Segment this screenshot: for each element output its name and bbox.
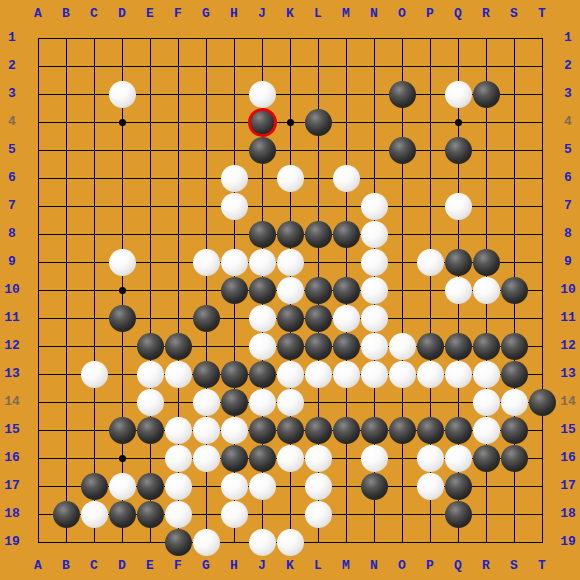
- board-cell-R19[interactable]: [472, 528, 500, 556]
- board-cell-R11[interactable]: [472, 304, 500, 332]
- board-cell-T2[interactable]: [528, 52, 556, 80]
- board-cell-A4[interactable]: [24, 108, 52, 136]
- board-cell-H3[interactable]: [220, 80, 248, 108]
- board-cell-R15[interactable]: [472, 416, 500, 444]
- board-cell-J4[interactable]: [248, 108, 276, 136]
- board-cell-E8[interactable]: [136, 220, 164, 248]
- board-cell-O18[interactable]: [388, 500, 416, 528]
- board-cell-E1[interactable]: [136, 24, 164, 52]
- board-cell-O9[interactable]: [388, 248, 416, 276]
- board-cell-D8[interactable]: [108, 220, 136, 248]
- board-cell-G14[interactable]: [192, 388, 220, 416]
- board-cell-E9[interactable]: [136, 248, 164, 276]
- board-cell-M8[interactable]: [332, 220, 360, 248]
- board-cell-M3[interactable]: [332, 80, 360, 108]
- board-cell-M14[interactable]: [332, 388, 360, 416]
- board-cell-F1[interactable]: [164, 24, 192, 52]
- board-cell-C2[interactable]: [80, 52, 108, 80]
- board-cell-D3[interactable]: [108, 80, 136, 108]
- board-cell-S12[interactable]: [500, 332, 528, 360]
- board-cell-F14[interactable]: [164, 388, 192, 416]
- board-cell-H14[interactable]: [220, 388, 248, 416]
- board-cell-M4[interactable]: [332, 108, 360, 136]
- board-cell-Q11[interactable]: [444, 304, 472, 332]
- board-cell-T19[interactable]: [528, 528, 556, 556]
- board-cell-O15[interactable]: [388, 416, 416, 444]
- board-cell-M7[interactable]: [332, 192, 360, 220]
- board-cell-R12[interactable]: [472, 332, 500, 360]
- board-cell-H16[interactable]: [220, 444, 248, 472]
- board-cell-F9[interactable]: [164, 248, 192, 276]
- board-cell-O1[interactable]: [388, 24, 416, 52]
- board-cell-K16[interactable]: [276, 444, 304, 472]
- board-cell-B7[interactable]: [52, 192, 80, 220]
- board-cell-D10[interactable]: [108, 276, 136, 304]
- board-cell-R3[interactable]: [472, 80, 500, 108]
- board-cell-C1[interactable]: [80, 24, 108, 52]
- board-cell-F5[interactable]: [164, 136, 192, 164]
- board-cell-P17[interactable]: [416, 472, 444, 500]
- board-cell-C12[interactable]: [80, 332, 108, 360]
- board-cell-G2[interactable]: [192, 52, 220, 80]
- board-cell-E18[interactable]: [136, 500, 164, 528]
- board-cell-F19[interactable]: [164, 528, 192, 556]
- board-cell-L7[interactable]: [304, 192, 332, 220]
- board-cell-F8[interactable]: [164, 220, 192, 248]
- board-cell-N1[interactable]: [360, 24, 388, 52]
- board-cell-A17[interactable]: [24, 472, 52, 500]
- board-cell-J13[interactable]: [248, 360, 276, 388]
- board-cell-E16[interactable]: [136, 444, 164, 472]
- board-cell-T9[interactable]: [528, 248, 556, 276]
- board-cell-G9[interactable]: [192, 248, 220, 276]
- board-cell-C10[interactable]: [80, 276, 108, 304]
- board-cell-G6[interactable]: [192, 164, 220, 192]
- board-cell-S7[interactable]: [500, 192, 528, 220]
- board-cell-F17[interactable]: [164, 472, 192, 500]
- board-cell-R9[interactable]: [472, 248, 500, 276]
- board-cell-P3[interactable]: [416, 80, 444, 108]
- board-cell-O5[interactable]: [388, 136, 416, 164]
- board-cell-D11[interactable]: [108, 304, 136, 332]
- board-cell-S3[interactable]: [500, 80, 528, 108]
- board-cell-T17[interactable]: [528, 472, 556, 500]
- board-cell-J3[interactable]: [248, 80, 276, 108]
- board-cell-P15[interactable]: [416, 416, 444, 444]
- board-cell-Q14[interactable]: [444, 388, 472, 416]
- board-cell-H13[interactable]: [220, 360, 248, 388]
- board-cell-R1[interactable]: [472, 24, 500, 52]
- board-cell-J6[interactable]: [248, 164, 276, 192]
- board-cell-N19[interactable]: [360, 528, 388, 556]
- board-cell-E12[interactable]: [136, 332, 164, 360]
- board-cell-F7[interactable]: [164, 192, 192, 220]
- board-cell-S8[interactable]: [500, 220, 528, 248]
- board-cell-C3[interactable]: [80, 80, 108, 108]
- board-cell-H8[interactable]: [220, 220, 248, 248]
- board-cell-H12[interactable]: [220, 332, 248, 360]
- board-cell-F18[interactable]: [164, 500, 192, 528]
- board-cell-O16[interactable]: [388, 444, 416, 472]
- board-cell-L17[interactable]: [304, 472, 332, 500]
- board-cell-O8[interactable]: [388, 220, 416, 248]
- board-cell-K14[interactable]: [276, 388, 304, 416]
- board-cell-A6[interactable]: [24, 164, 52, 192]
- board-cell-E19[interactable]: [136, 528, 164, 556]
- board-cell-O7[interactable]: [388, 192, 416, 220]
- board-cell-B5[interactable]: [52, 136, 80, 164]
- board-cell-N17[interactable]: [360, 472, 388, 500]
- board-cell-L12[interactable]: [304, 332, 332, 360]
- board-cell-S16[interactable]: [500, 444, 528, 472]
- board-cell-T10[interactable]: [528, 276, 556, 304]
- board-cell-A19[interactable]: [24, 528, 52, 556]
- board-cell-S6[interactable]: [500, 164, 528, 192]
- board-cell-A7[interactable]: [24, 192, 52, 220]
- board-cell-B4[interactable]: [52, 108, 80, 136]
- board-cell-J9[interactable]: [248, 248, 276, 276]
- board-cell-M12[interactable]: [332, 332, 360, 360]
- board-cell-N14[interactable]: [360, 388, 388, 416]
- board-cell-B3[interactable]: [52, 80, 80, 108]
- board-cell-C17[interactable]: [80, 472, 108, 500]
- board-cell-Q19[interactable]: [444, 528, 472, 556]
- board-cell-A11[interactable]: [24, 304, 52, 332]
- board-cell-H11[interactable]: [220, 304, 248, 332]
- board-cell-G3[interactable]: [192, 80, 220, 108]
- board-cell-J1[interactable]: [248, 24, 276, 52]
- board-cell-R6[interactable]: [472, 164, 500, 192]
- board-cell-T12[interactable]: [528, 332, 556, 360]
- board-cell-B17[interactable]: [52, 472, 80, 500]
- board-cell-D12[interactable]: [108, 332, 136, 360]
- board-cell-R2[interactable]: [472, 52, 500, 80]
- board-cell-F13[interactable]: [164, 360, 192, 388]
- board-cell-L3[interactable]: [304, 80, 332, 108]
- board-cell-O17[interactable]: [388, 472, 416, 500]
- board-cell-C18[interactable]: [80, 500, 108, 528]
- board-cell-M15[interactable]: [332, 416, 360, 444]
- board-cell-N13[interactable]: [360, 360, 388, 388]
- board-cell-A13[interactable]: [24, 360, 52, 388]
- board-cell-A15[interactable]: [24, 416, 52, 444]
- board-cell-G13[interactable]: [192, 360, 220, 388]
- board-cell-C15[interactable]: [80, 416, 108, 444]
- board-cell-S18[interactable]: [500, 500, 528, 528]
- board-cell-P9[interactable]: [416, 248, 444, 276]
- board-cell-B16[interactable]: [52, 444, 80, 472]
- board-cell-K18[interactable]: [276, 500, 304, 528]
- board-cell-S10[interactable]: [500, 276, 528, 304]
- board-cell-A16[interactable]: [24, 444, 52, 472]
- board-cell-R7[interactable]: [472, 192, 500, 220]
- board-cell-B8[interactable]: [52, 220, 80, 248]
- board-cell-P2[interactable]: [416, 52, 444, 80]
- board-cell-G19[interactable]: [192, 528, 220, 556]
- board-cell-E11[interactable]: [136, 304, 164, 332]
- board-cell-A14[interactable]: [24, 388, 52, 416]
- board-cell-C13[interactable]: [80, 360, 108, 388]
- board-cell-A5[interactable]: [24, 136, 52, 164]
- board-cell-Q3[interactable]: [444, 80, 472, 108]
- board-cell-T5[interactable]: [528, 136, 556, 164]
- board-cell-E7[interactable]: [136, 192, 164, 220]
- board-cell-Q1[interactable]: [444, 24, 472, 52]
- board-cell-Q7[interactable]: [444, 192, 472, 220]
- board-cell-J19[interactable]: [248, 528, 276, 556]
- board-cell-R10[interactable]: [472, 276, 500, 304]
- board-cell-T11[interactable]: [528, 304, 556, 332]
- board-cell-G4[interactable]: [192, 108, 220, 136]
- board-cell-B2[interactable]: [52, 52, 80, 80]
- board-cell-P11[interactable]: [416, 304, 444, 332]
- board-cell-J11[interactable]: [248, 304, 276, 332]
- board-cell-K1[interactable]: [276, 24, 304, 52]
- board-cell-N15[interactable]: [360, 416, 388, 444]
- board-cell-M17[interactable]: [332, 472, 360, 500]
- board-cell-K19[interactable]: [276, 528, 304, 556]
- board-cell-C14[interactable]: [80, 388, 108, 416]
- board-cell-M9[interactable]: [332, 248, 360, 276]
- board-cell-E2[interactable]: [136, 52, 164, 80]
- board-cell-E6[interactable]: [136, 164, 164, 192]
- board-cell-G17[interactable]: [192, 472, 220, 500]
- board-cell-M16[interactable]: [332, 444, 360, 472]
- board-cell-K9[interactable]: [276, 248, 304, 276]
- board-cell-H4[interactable]: [220, 108, 248, 136]
- board-cell-A12[interactable]: [24, 332, 52, 360]
- board-cell-O2[interactable]: [388, 52, 416, 80]
- board-cell-R8[interactable]: [472, 220, 500, 248]
- board-cell-M5[interactable]: [332, 136, 360, 164]
- board-cell-T13[interactable]: [528, 360, 556, 388]
- board-cell-S5[interactable]: [500, 136, 528, 164]
- board-cell-A10[interactable]: [24, 276, 52, 304]
- board-cell-B12[interactable]: [52, 332, 80, 360]
- board-cell-O4[interactable]: [388, 108, 416, 136]
- board-cell-H10[interactable]: [220, 276, 248, 304]
- board-cell-H9[interactable]: [220, 248, 248, 276]
- board-cell-K15[interactable]: [276, 416, 304, 444]
- board-cell-F3[interactable]: [164, 80, 192, 108]
- board-cell-S17[interactable]: [500, 472, 528, 500]
- board-cell-J5[interactable]: [248, 136, 276, 164]
- board-cell-O14[interactable]: [388, 388, 416, 416]
- board-cell-Q17[interactable]: [444, 472, 472, 500]
- board-cell-J2[interactable]: [248, 52, 276, 80]
- board-cell-L16[interactable]: [304, 444, 332, 472]
- board-cell-K10[interactable]: [276, 276, 304, 304]
- board-cell-S14[interactable]: [500, 388, 528, 416]
- board-cell-G12[interactable]: [192, 332, 220, 360]
- board-cell-T3[interactable]: [528, 80, 556, 108]
- board-cell-J16[interactable]: [248, 444, 276, 472]
- board-cell-D6[interactable]: [108, 164, 136, 192]
- board-cell-L6[interactable]: [304, 164, 332, 192]
- board-cell-K4[interactable]: [276, 108, 304, 136]
- board-cell-T8[interactable]: [528, 220, 556, 248]
- board-cell-P18[interactable]: [416, 500, 444, 528]
- board-cell-A1[interactable]: [24, 24, 52, 52]
- board-cell-T14[interactable]: [528, 388, 556, 416]
- board-cell-P10[interactable]: [416, 276, 444, 304]
- board-cell-L4[interactable]: [304, 108, 332, 136]
- board-cell-P8[interactable]: [416, 220, 444, 248]
- board-cell-M11[interactable]: [332, 304, 360, 332]
- board-cell-P7[interactable]: [416, 192, 444, 220]
- board-cell-Q9[interactable]: [444, 248, 472, 276]
- board-cell-L5[interactable]: [304, 136, 332, 164]
- board-cell-M13[interactable]: [332, 360, 360, 388]
- board-cell-Q8[interactable]: [444, 220, 472, 248]
- board-cell-R16[interactable]: [472, 444, 500, 472]
- board-cell-G8[interactable]: [192, 220, 220, 248]
- board-cell-O12[interactable]: [388, 332, 416, 360]
- board-cell-E13[interactable]: [136, 360, 164, 388]
- board-cell-S15[interactable]: [500, 416, 528, 444]
- board-cell-D17[interactable]: [108, 472, 136, 500]
- board-cell-E17[interactable]: [136, 472, 164, 500]
- board-cell-C19[interactable]: [80, 528, 108, 556]
- board-cell-B15[interactable]: [52, 416, 80, 444]
- board-cell-H18[interactable]: [220, 500, 248, 528]
- board-cell-N2[interactable]: [360, 52, 388, 80]
- board-cell-D1[interactable]: [108, 24, 136, 52]
- board-cell-D9[interactable]: [108, 248, 136, 276]
- board-cell-S11[interactable]: [500, 304, 528, 332]
- board-cell-L10[interactable]: [304, 276, 332, 304]
- board-cell-K6[interactable]: [276, 164, 304, 192]
- board-cell-J7[interactable]: [248, 192, 276, 220]
- board-cell-K17[interactable]: [276, 472, 304, 500]
- board-cell-G18[interactable]: [192, 500, 220, 528]
- board-cell-L14[interactable]: [304, 388, 332, 416]
- board-cell-D14[interactable]: [108, 388, 136, 416]
- board-cell-Q5[interactable]: [444, 136, 472, 164]
- board-cell-L13[interactable]: [304, 360, 332, 388]
- board-cell-O19[interactable]: [388, 528, 416, 556]
- board-cell-F16[interactable]: [164, 444, 192, 472]
- board-cell-B13[interactable]: [52, 360, 80, 388]
- board-cell-G5[interactable]: [192, 136, 220, 164]
- board-cell-S2[interactable]: [500, 52, 528, 80]
- board-cell-F15[interactable]: [164, 416, 192, 444]
- board-cell-P16[interactable]: [416, 444, 444, 472]
- board-cell-P5[interactable]: [416, 136, 444, 164]
- board-cell-L8[interactable]: [304, 220, 332, 248]
- board-cell-G7[interactable]: [192, 192, 220, 220]
- board-cell-J17[interactable]: [248, 472, 276, 500]
- board-cell-B11[interactable]: [52, 304, 80, 332]
- board-cell-B18[interactable]: [52, 500, 80, 528]
- board-cell-P13[interactable]: [416, 360, 444, 388]
- board-cell-H1[interactable]: [220, 24, 248, 52]
- board-cell-O13[interactable]: [388, 360, 416, 388]
- board-cell-H17[interactable]: [220, 472, 248, 500]
- board-cell-Q12[interactable]: [444, 332, 472, 360]
- board-cell-N4[interactable]: [360, 108, 388, 136]
- board-cell-D13[interactable]: [108, 360, 136, 388]
- board-cell-O6[interactable]: [388, 164, 416, 192]
- board-cell-P4[interactable]: [416, 108, 444, 136]
- board-cell-D4[interactable]: [108, 108, 136, 136]
- board-cell-Q15[interactable]: [444, 416, 472, 444]
- board-cell-N11[interactable]: [360, 304, 388, 332]
- board-cell-F10[interactable]: [164, 276, 192, 304]
- board-cell-M18[interactable]: [332, 500, 360, 528]
- board-cell-N12[interactable]: [360, 332, 388, 360]
- board-cell-H15[interactable]: [220, 416, 248, 444]
- board-cell-J15[interactable]: [248, 416, 276, 444]
- board-cell-C11[interactable]: [80, 304, 108, 332]
- board-cell-E10[interactable]: [136, 276, 164, 304]
- board-cell-N3[interactable]: [360, 80, 388, 108]
- board-cell-L11[interactable]: [304, 304, 332, 332]
- board-cell-F12[interactable]: [164, 332, 192, 360]
- board-cell-H2[interactable]: [220, 52, 248, 80]
- board-cell-N18[interactable]: [360, 500, 388, 528]
- board-cell-H5[interactable]: [220, 136, 248, 164]
- board-cell-D16[interactable]: [108, 444, 136, 472]
- board-cell-L2[interactable]: [304, 52, 332, 80]
- board-cell-J14[interactable]: [248, 388, 276, 416]
- board-cell-F6[interactable]: [164, 164, 192, 192]
- board-cell-N16[interactable]: [360, 444, 388, 472]
- board-cell-M1[interactable]: [332, 24, 360, 52]
- board-cell-A2[interactable]: [24, 52, 52, 80]
- board-cell-A8[interactable]: [24, 220, 52, 248]
- board-cell-E15[interactable]: [136, 416, 164, 444]
- board-cell-E14[interactable]: [136, 388, 164, 416]
- board-cell-E5[interactable]: [136, 136, 164, 164]
- board-cell-B14[interactable]: [52, 388, 80, 416]
- board-cell-P14[interactable]: [416, 388, 444, 416]
- board-cell-L15[interactable]: [304, 416, 332, 444]
- board-cell-O10[interactable]: [388, 276, 416, 304]
- board-cell-R4[interactable]: [472, 108, 500, 136]
- board-cell-K11[interactable]: [276, 304, 304, 332]
- board-cell-A9[interactable]: [24, 248, 52, 276]
- board-cell-B10[interactable]: [52, 276, 80, 304]
- board-cell-Q2[interactable]: [444, 52, 472, 80]
- board-cell-C8[interactable]: [80, 220, 108, 248]
- board-cell-D2[interactable]: [108, 52, 136, 80]
- board-cell-N8[interactable]: [360, 220, 388, 248]
- board-cell-B19[interactable]: [52, 528, 80, 556]
- board-cell-T4[interactable]: [528, 108, 556, 136]
- board-cell-T7[interactable]: [528, 192, 556, 220]
- board-cell-S19[interactable]: [500, 528, 528, 556]
- board-cell-J12[interactable]: [248, 332, 276, 360]
- board-cell-K3[interactable]: [276, 80, 304, 108]
- board-cell-J10[interactable]: [248, 276, 276, 304]
- board-cell-J8[interactable]: [248, 220, 276, 248]
- board-cell-D15[interactable]: [108, 416, 136, 444]
- board-cell-D18[interactable]: [108, 500, 136, 528]
- board-cell-P1[interactable]: [416, 24, 444, 52]
- board-cell-M6[interactable]: [332, 164, 360, 192]
- board-cell-M10[interactable]: [332, 276, 360, 304]
- board-cell-S1[interactable]: [500, 24, 528, 52]
- board-cell-O11[interactable]: [388, 304, 416, 332]
- board-cell-E4[interactable]: [136, 108, 164, 136]
- board-cell-G15[interactable]: [192, 416, 220, 444]
- board-cell-T1[interactable]: [528, 24, 556, 52]
- board-cell-K12[interactable]: [276, 332, 304, 360]
- board-cell-G11[interactable]: [192, 304, 220, 332]
- board-cell-R14[interactable]: [472, 388, 500, 416]
- board-cell-K2[interactable]: [276, 52, 304, 80]
